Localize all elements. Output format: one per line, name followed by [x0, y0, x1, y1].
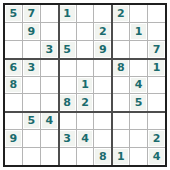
cell-r4c2[interactable]: 3: [23, 59, 40, 76]
sudoku-grid: 571292135976381814825549342814: [5, 5, 165, 165]
given-digit: 9: [27, 26, 35, 37]
cell-r8c9[interactable]: 2: [148, 130, 165, 147]
cell-r9c3[interactable]: [41, 148, 58, 165]
given-digit: 9: [99, 44, 107, 55]
given-digit: 7: [153, 44, 161, 55]
given-digit: 5: [27, 115, 35, 126]
given-digit: 6: [10, 62, 18, 73]
cell-r6c6[interactable]: [94, 94, 111, 111]
cell-r3c5[interactable]: [77, 41, 94, 58]
given-digit: 4: [153, 151, 161, 162]
cell-r8c4[interactable]: 3: [59, 130, 76, 147]
cell-r9c5[interactable]: [77, 148, 94, 165]
cell-r7c9[interactable]: [148, 112, 165, 129]
cell-r5c6[interactable]: [94, 77, 111, 94]
cell-r8c5[interactable]: 4: [77, 130, 94, 147]
cell-r1c3[interactable]: [41, 5, 58, 22]
given-digit: 1: [117, 151, 125, 162]
given-digit: 8: [10, 79, 18, 90]
given-digit: 1: [63, 8, 71, 19]
cell-r3c4[interactable]: 5: [59, 41, 76, 58]
cell-r4c8[interactable]: [130, 59, 147, 76]
cell-r7c3[interactable]: 4: [41, 112, 58, 129]
cell-r2c3[interactable]: [41, 23, 58, 40]
cell-r3c7[interactable]: [112, 41, 129, 58]
cell-r1c8[interactable]: [130, 5, 147, 22]
cell-r8c2[interactable]: [23, 130, 40, 147]
sudoku-board: 571292135976381814825549342814: [3, 3, 167, 167]
cell-r6c7[interactable]: [112, 94, 129, 111]
given-digit: 3: [27, 62, 35, 73]
cell-r2c5[interactable]: [77, 23, 94, 40]
cell-r2c8[interactable]: 1: [130, 23, 147, 40]
cell-r3c9[interactable]: 7: [148, 41, 165, 58]
cell-r9c6[interactable]: 8: [94, 148, 111, 165]
cell-r5c9[interactable]: [148, 77, 165, 94]
cell-r4c9[interactable]: 1: [148, 59, 165, 76]
cell-r1c2[interactable]: 7: [23, 5, 40, 22]
cell-r8c3[interactable]: [41, 130, 58, 147]
given-digit: 5: [63, 44, 71, 55]
cell-r9c7[interactable]: 1: [112, 148, 129, 165]
cell-r1c5[interactable]: [77, 5, 94, 22]
cell-r7c6[interactable]: [94, 112, 111, 129]
cell-r3c3[interactable]: 3: [41, 41, 58, 58]
cell-r3c1[interactable]: [5, 41, 22, 58]
cell-r6c2[interactable]: [23, 94, 40, 111]
cell-r8c7[interactable]: [112, 130, 129, 147]
cell-r4c6[interactable]: [94, 59, 111, 76]
cell-r6c4[interactable]: 8: [59, 94, 76, 111]
cell-r7c7[interactable]: [112, 112, 129, 129]
cell-r1c4[interactable]: 1: [59, 5, 76, 22]
cell-r2c1[interactable]: [5, 23, 22, 40]
cell-r2c6[interactable]: 2: [94, 23, 111, 40]
given-digit: 3: [45, 44, 53, 55]
cell-r1c9[interactable]: [148, 5, 165, 22]
cell-r8c8[interactable]: [130, 130, 147, 147]
cell-r5c5[interactable]: 1: [77, 77, 94, 94]
cell-r9c1[interactable]: [5, 148, 22, 165]
cell-r5c2[interactable]: [23, 77, 40, 94]
cell-r4c4[interactable]: [59, 59, 76, 76]
cell-r6c3[interactable]: [41, 94, 58, 111]
cell-r9c4[interactable]: [59, 148, 76, 165]
cell-r3c6[interactable]: 9: [94, 41, 111, 58]
cell-r9c8[interactable]: [130, 148, 147, 165]
given-digit: 7: [27, 8, 35, 19]
cell-r4c5[interactable]: [77, 59, 94, 76]
cell-r6c8[interactable]: 5: [130, 94, 147, 111]
cell-r9c9[interactable]: 4: [148, 148, 165, 165]
given-digit: 8: [117, 62, 125, 73]
given-digit: 8: [99, 151, 107, 162]
cell-r7c5[interactable]: [77, 112, 94, 129]
given-digit: 3: [63, 133, 71, 144]
given-digit: 2: [153, 133, 161, 144]
given-digit: 8: [63, 97, 71, 108]
cell-r2c4[interactable]: [59, 23, 76, 40]
sudoku-page: 571292135976381814825549342814: [0, 0, 170, 170]
cell-r5c3[interactable]: [41, 77, 58, 94]
cell-r4c7[interactable]: 8: [112, 59, 129, 76]
given-digit: 1: [135, 26, 143, 37]
given-digit: 4: [45, 115, 53, 126]
cell-r5c7[interactable]: [112, 77, 129, 94]
cell-r6c1[interactable]: [5, 94, 22, 111]
cell-r4c1[interactable]: 6: [5, 59, 22, 76]
given-digit: 5: [135, 97, 143, 108]
cell-r4c3[interactable]: [41, 59, 58, 76]
cell-r7c1[interactable]: [5, 112, 22, 129]
cell-r5c1[interactable]: 8: [5, 77, 22, 94]
given-digit: 2: [99, 26, 107, 37]
cell-r9c2[interactable]: [23, 148, 40, 165]
given-digit: 1: [81, 79, 89, 90]
cell-r1c1[interactable]: 5: [5, 5, 22, 22]
cell-r8c1[interactable]: 9: [5, 130, 22, 147]
cell-r3c2[interactable]: [23, 41, 40, 58]
given-digit: 9: [10, 133, 18, 144]
cell-r3c8[interactable]: [130, 41, 147, 58]
cell-r7c2[interactable]: 5: [23, 112, 40, 129]
given-digit: 2: [81, 97, 89, 108]
cell-r2c2[interactable]: 9: [23, 23, 40, 40]
given-digit: 4: [135, 79, 143, 90]
cell-r5c8[interactable]: 4: [130, 77, 147, 94]
cell-r1c7[interactable]: 2: [112, 5, 129, 22]
cell-r2c9[interactable]: [148, 23, 165, 40]
given-digit: 5: [10, 8, 18, 19]
given-digit: 2: [117, 8, 125, 19]
cell-r8c6[interactable]: [94, 130, 111, 147]
cell-r7c4[interactable]: [59, 112, 76, 129]
cell-r2c7[interactable]: [112, 23, 129, 40]
cell-r7c8[interactable]: [130, 112, 147, 129]
cell-r1c6[interactable]: [94, 5, 111, 22]
cell-r5c4[interactable]: [59, 77, 76, 94]
given-digit: 1: [153, 62, 161, 73]
cell-r6c9[interactable]: [148, 94, 165, 111]
given-digit: 4: [81, 133, 89, 144]
cell-r6c5[interactable]: 2: [77, 94, 94, 111]
